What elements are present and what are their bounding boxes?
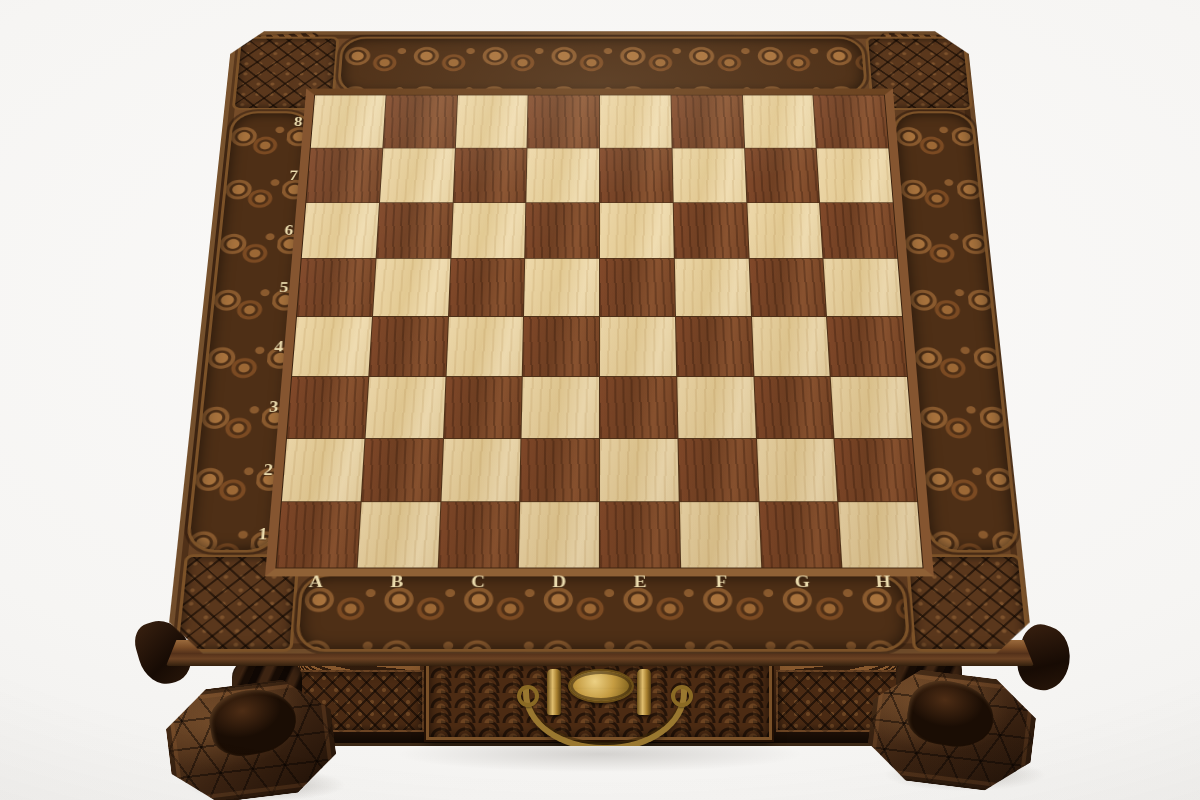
square-d1[interactable]: [519, 502, 599, 567]
file-label-d: D: [548, 572, 570, 592]
file-label-h: H: [872, 572, 895, 592]
square-b5[interactable]: [373, 259, 450, 316]
square-g5[interactable]: [749, 259, 826, 316]
square-h7[interactable]: [817, 148, 893, 202]
square-f7[interactable]: [672, 148, 746, 202]
square-d2[interactable]: [520, 439, 599, 502]
rank-label-4: 4: [250, 338, 284, 355]
square-b1[interactable]: [357, 502, 439, 567]
file-label-g: G: [791, 572, 813, 592]
square-g8[interactable]: [742, 95, 815, 147]
square-f6[interactable]: [673, 203, 748, 258]
square-d5[interactable]: [524, 259, 599, 316]
square-c5[interactable]: [449, 259, 525, 316]
bail-ring-left: [517, 685, 539, 707]
square-g2[interactable]: [756, 439, 837, 502]
square-f2[interactable]: [678, 439, 758, 502]
square-f1[interactable]: [680, 502, 761, 567]
file-label-b: B: [386, 572, 408, 592]
square-a4[interactable]: [292, 317, 372, 376]
square-h4[interactable]: [827, 317, 907, 376]
square-h2[interactable]: [835, 439, 917, 502]
square-h1[interactable]: [839, 502, 923, 567]
file-label-f: F: [710, 572, 732, 592]
square-f3[interactable]: [677, 377, 755, 438]
square-e8[interactable]: [600, 95, 671, 147]
table-apron: [280, 656, 920, 746]
square-d7[interactable]: [527, 148, 599, 202]
chess-board: [276, 95, 922, 567]
rank-label-5: 5: [256, 279, 289, 296]
file-label-c: C: [467, 572, 489, 592]
square-a1[interactable]: [276, 502, 360, 567]
square-g3[interactable]: [754, 377, 834, 438]
square-b4[interactable]: [369, 317, 447, 376]
square-b6[interactable]: [376, 203, 452, 258]
rank-label-1: 1: [233, 525, 269, 544]
square-e1[interactable]: [600, 502, 680, 567]
square-f5[interactable]: [675, 259, 751, 316]
square-e4[interactable]: [600, 317, 676, 376]
square-e5[interactable]: [600, 259, 675, 316]
square-b7[interactable]: [380, 148, 455, 202]
rank-label-6: 6: [261, 222, 294, 238]
square-h8[interactable]: [814, 95, 889, 147]
square-h6[interactable]: [820, 203, 897, 258]
square-e7[interactable]: [600, 148, 672, 202]
square-g1[interactable]: [759, 502, 841, 567]
drawer[interactable]: [426, 660, 772, 740]
square-h3[interactable]: [831, 377, 912, 438]
file-label-e: E: [629, 572, 651, 592]
square-c6[interactable]: [451, 203, 526, 258]
square-e3[interactable]: [600, 377, 677, 438]
scroll-carving-top: [337, 37, 868, 95]
file-label-a: A: [305, 572, 328, 592]
square-c8[interactable]: [455, 95, 527, 147]
square-a2[interactable]: [282, 439, 364, 502]
square-f4[interactable]: [676, 317, 753, 376]
square-f8[interactable]: [671, 95, 743, 147]
square-a3[interactable]: [287, 377, 368, 438]
square-c1[interactable]: [438, 502, 519, 567]
square-e6[interactable]: [600, 203, 674, 258]
bail-ring-right: [671, 685, 693, 707]
square-b8[interactable]: [383, 95, 456, 147]
square-a8[interactable]: [311, 95, 386, 147]
square-b3[interactable]: [365, 377, 445, 438]
tabletop: 87654321 ABCDEFGH: [166, 31, 1033, 653]
rank-label-3: 3: [245, 398, 279, 416]
square-c3[interactable]: [444, 377, 522, 438]
rope-bail-handle[interactable]: [523, 689, 687, 751]
square-d8[interactable]: [528, 95, 599, 147]
rank-label-8: 8: [271, 114, 303, 129]
square-a7[interactable]: [306, 148, 382, 202]
square-c7[interactable]: [453, 148, 527, 202]
square-c2[interactable]: [441, 439, 521, 502]
square-a6[interactable]: [302, 203, 379, 258]
square-c4[interactable]: [446, 317, 523, 376]
square-d4[interactable]: [523, 317, 599, 376]
square-g7[interactable]: [745, 148, 820, 202]
square-h5[interactable]: [824, 259, 902, 316]
square-g6[interactable]: [747, 203, 823, 258]
rank-label-7: 7: [266, 167, 298, 183]
rank-label-2: 2: [239, 460, 274, 479]
square-b2[interactable]: [361, 439, 442, 502]
square-d6[interactable]: [525, 203, 599, 258]
chess-table-photo: 87654321 ABCDEFGH: [0, 0, 1200, 800]
square-a5[interactable]: [297, 259, 375, 316]
square-g4[interactable]: [752, 317, 830, 376]
square-e2[interactable]: [600, 439, 678, 502]
square-d3[interactable]: [522, 377, 599, 438]
